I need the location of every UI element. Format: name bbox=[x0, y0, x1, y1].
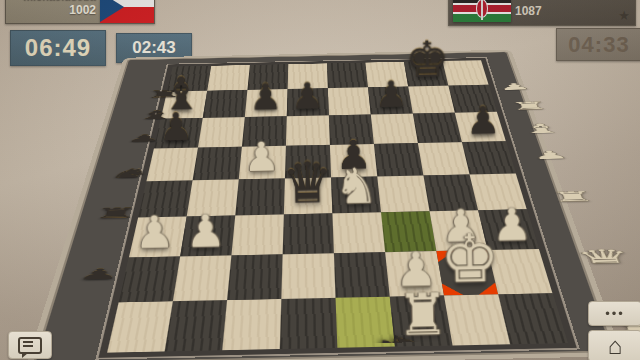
black-pawn-c7[interactable]: ♟ bbox=[249, 78, 282, 115]
square-f6[interactable] bbox=[371, 114, 418, 144]
square-d1[interactable] bbox=[280, 298, 338, 349]
square-d6[interactable] bbox=[286, 115, 330, 146]
clock-black-time: 04:33 bbox=[568, 32, 629, 57]
game-screen: ♚♝♟♟♟♟♟♟♟♛♞♟♟♟♟♟♚♞♜ ♜♝♟♞♜♟♟♜♝♟♜♛♝ michae… bbox=[0, 0, 640, 360]
square-c1[interactable] bbox=[222, 299, 281, 350]
home-button[interactable]: ⌂ bbox=[588, 330, 640, 360]
square-h6[interactable]: ♟ bbox=[455, 112, 506, 142]
square-b1[interactable] bbox=[165, 300, 227, 351]
more-options-button[interactable]: ••• bbox=[588, 301, 640, 326]
square-e2[interactable] bbox=[334, 252, 390, 298]
black-queen-d4[interactable]: ♛ bbox=[281, 154, 333, 212]
captured-white-bishop: ♝ bbox=[518, 122, 565, 135]
player-plate-right: Omaro 1087 ★ bbox=[448, 0, 636, 26]
square-d7[interactable]: ♟ bbox=[287, 88, 329, 116]
square-b5[interactable] bbox=[193, 147, 242, 181]
chat-bubble-icon bbox=[18, 337, 42, 354]
player-name-left: michaeluseba bbox=[23, 0, 96, 2]
captured-white-pawn: ♟ bbox=[498, 82, 532, 91]
square-e8[interactable] bbox=[327, 63, 368, 89]
captured-black-knight: ♞ bbox=[108, 166, 152, 180]
white-king-g2[interactable]: ♚ bbox=[440, 226, 500, 293]
captured-black-rook: ♜ bbox=[145, 89, 184, 100]
table-platform: ♚♝♟♟♟♟♟♟♟♛♞♟♟♟♟♟♚♞♜ ♜♝♟♞♜♟♟♜♝♟♜♛♝ bbox=[25, 50, 623, 360]
captured-white-rook: ♜ bbox=[549, 189, 597, 204]
black-pawn-f7[interactable]: ♟ bbox=[374, 75, 407, 112]
square-c3[interactable] bbox=[231, 214, 283, 255]
square-f1[interactable]: ♜ bbox=[390, 296, 453, 347]
white-pawn-b3[interactable]: ♟ bbox=[185, 208, 226, 253]
square-d3[interactable] bbox=[283, 213, 334, 254]
star-icon: ★ bbox=[618, 8, 630, 23]
square-d2[interactable] bbox=[281, 253, 335, 299]
captured-black-pawn: ♟ bbox=[126, 133, 162, 144]
square-f7[interactable]: ♟ bbox=[368, 87, 413, 115]
square-g8[interactable]: ♚ bbox=[404, 61, 448, 87]
square-g5[interactable] bbox=[418, 142, 470, 175]
square-b8[interactable] bbox=[207, 65, 250, 91]
captured-black-pawn: ♟ bbox=[77, 266, 122, 281]
clock-move-time: 02:43 bbox=[132, 38, 175, 57]
captured-white-rook: ♜ bbox=[509, 100, 550, 111]
square-b2[interactable] bbox=[173, 255, 232, 301]
square-f4[interactable] bbox=[377, 175, 429, 212]
ellipsis-icon: ••• bbox=[605, 302, 625, 325]
square-b3[interactable]: ♟ bbox=[180, 215, 235, 256]
square-b6[interactable] bbox=[198, 117, 245, 148]
square-h1[interactable] bbox=[498, 293, 567, 344]
square-c4[interactable] bbox=[235, 178, 285, 215]
black-king-g8[interactable]: ♚ bbox=[405, 35, 450, 85]
black-pawn-h6[interactable]: ♟ bbox=[465, 101, 500, 140]
player-rating-left: 1002 bbox=[69, 3, 96, 17]
square-a1[interactable] bbox=[107, 301, 173, 352]
board-scene: ♚♝♟♟♟♟♟♟♟♛♞♟♟♟♟♟♚♞♜ ♜♝♟♞♜♟♟♜♝♟♜♛♝ bbox=[25, 50, 623, 360]
square-f5[interactable] bbox=[374, 143, 424, 176]
square-a5[interactable] bbox=[146, 148, 198, 182]
captured-white-pawn: ♟ bbox=[531, 149, 570, 160]
square-e1[interactable]: ♞ bbox=[336, 297, 395, 348]
square-d4[interactable]: ♛ bbox=[284, 177, 333, 214]
square-b7[interactable] bbox=[203, 90, 248, 118]
square-g7[interactable] bbox=[408, 86, 455, 114]
square-c5[interactable]: ♟ bbox=[239, 146, 286, 180]
square-c2[interactable] bbox=[227, 254, 283, 300]
square-c7[interactable]: ♟ bbox=[245, 89, 288, 117]
kenya-flag-icon bbox=[453, 0, 511, 22]
player-plate-left: michaeluseba 1002 bbox=[5, 0, 155, 24]
clock-white-main: 06:49 bbox=[10, 30, 106, 66]
czech-flag-icon bbox=[100, 0, 154, 23]
square-h5[interactable] bbox=[462, 141, 516, 174]
square-e7[interactable] bbox=[328, 87, 371, 115]
chess-board[interactable]: ♚♝♟♟♟♟♟♟♟♛♞♟♟♟♟♟♚♞♜ bbox=[98, 58, 576, 358]
square-a2[interactable] bbox=[119, 256, 181, 302]
captured-white-queen: ♛ bbox=[573, 247, 635, 267]
square-e4[interactable]: ♞ bbox=[331, 176, 381, 213]
white-pawn-a3[interactable]: ♟ bbox=[134, 210, 175, 255]
player-name-right: Omaro bbox=[515, 0, 550, 2]
home-icon: ⌂ bbox=[608, 333, 623, 359]
black-pawn-d7[interactable]: ♟ bbox=[291, 77, 324, 114]
white-knight-e4[interactable]: ♞ bbox=[334, 162, 378, 211]
white-rook-f1[interactable]: ♜ bbox=[396, 285, 449, 343]
player-rating-right: 1087 bbox=[515, 4, 542, 18]
square-a3[interactable]: ♟ bbox=[129, 216, 187, 257]
chat-button[interactable] bbox=[8, 331, 52, 359]
white-pawn-c5[interactable]: ♟ bbox=[243, 136, 280, 177]
clock-black-main: 04:33 bbox=[556, 28, 640, 61]
clock-white-time: 06:49 bbox=[25, 34, 91, 61]
square-g6[interactable] bbox=[413, 113, 462, 143]
captured-black-bishop: ♝ bbox=[134, 109, 177, 121]
square-e3[interactable] bbox=[332, 212, 385, 253]
